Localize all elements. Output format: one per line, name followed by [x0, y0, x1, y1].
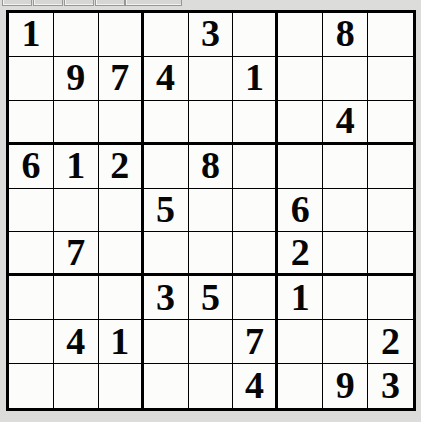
cell-r2c2[interactable]: 9 [54, 57, 99, 101]
cell-r9c9[interactable]: 3 [368, 364, 413, 408]
cell-r8c6[interactable]: 7 [233, 320, 278, 364]
given-digit: 4 [245, 366, 264, 404]
cell-r7c7[interactable]: 1 [278, 276, 323, 320]
given-digit: 4 [336, 101, 355, 139]
given-digit: 9 [336, 366, 355, 404]
cell-r7c8[interactable] [323, 276, 368, 320]
cell-r1c7[interactable] [278, 13, 323, 57]
cell-r4c7[interactable] [278, 145, 323, 189]
cell-r1c6[interactable] [233, 13, 278, 57]
given-digit: 1 [21, 14, 40, 52]
cell-r3c1[interactable] [9, 101, 54, 145]
cell-r8c8[interactable] [323, 320, 368, 364]
cell-r7c3[interactable] [99, 276, 144, 320]
cell-r3c8[interactable]: 4 [323, 101, 368, 145]
cell-r9c1[interactable] [9, 364, 54, 408]
cell-r7c1[interactable] [9, 276, 54, 320]
cell-r4c4[interactable] [144, 145, 189, 189]
cell-r6c3[interactable] [99, 232, 144, 276]
toolbar-button-3[interactable] [64, 0, 94, 6]
cell-r6c4[interactable] [144, 232, 189, 276]
cell-r8c1[interactable] [9, 320, 54, 364]
cell-r6c1[interactable] [9, 232, 54, 276]
cell-r6c5[interactable] [189, 232, 234, 276]
cell-r8c4[interactable] [144, 320, 189, 364]
toolbar-button-4[interactable] [95, 0, 125, 6]
cell-r7c6[interactable] [233, 276, 278, 320]
cell-r2c8[interactable] [323, 57, 368, 101]
cell-r9c7[interactable] [278, 364, 323, 408]
cell-r5c8[interactable] [323, 189, 368, 233]
given-digit: 7 [110, 58, 129, 96]
cell-r9c8[interactable]: 9 [323, 364, 368, 408]
cell-r5c1[interactable] [9, 189, 54, 233]
given-digit: 4 [66, 322, 85, 360]
given-digit: 2 [291, 233, 310, 271]
cell-r7c2[interactable] [54, 276, 99, 320]
cell-r3c4[interactable] [144, 101, 189, 145]
given-digit: 3 [381, 366, 400, 404]
cell-r8c3[interactable]: 1 [99, 320, 144, 364]
cell-r4c5[interactable]: 8 [189, 145, 234, 189]
given-digit: 1 [245, 58, 264, 96]
cell-r5c2[interactable] [54, 189, 99, 233]
given-digit: 1 [110, 322, 129, 360]
cell-r9c5[interactable] [189, 364, 234, 408]
given-digit: 9 [66, 58, 85, 96]
given-digit: 8 [201, 146, 220, 184]
cell-r7c9[interactable] [368, 276, 413, 320]
cell-r3c2[interactable] [54, 101, 99, 145]
cell-r9c2[interactable] [54, 364, 99, 408]
cell-r6c8[interactable] [323, 232, 368, 276]
given-digit: 3 [201, 14, 220, 52]
cell-r2c9[interactable] [368, 57, 413, 101]
given-digit: 3 [156, 278, 175, 316]
cell-r2c5[interactable] [189, 57, 234, 101]
cell-r4c6[interactable] [233, 145, 278, 189]
cell-r4c2[interactable]: 1 [54, 145, 99, 189]
given-digit: 6 [21, 146, 40, 184]
cell-r6c6[interactable] [233, 232, 278, 276]
cell-r2c7[interactable] [278, 57, 323, 101]
cell-r6c2[interactable]: 7 [54, 232, 99, 276]
sudoku-app-window: 13897414612856723514172493 [0, 0, 421, 422]
given-digit: 5 [201, 278, 220, 316]
cell-r3c7[interactable] [278, 101, 323, 145]
toolbar [0, 0, 421, 6]
cell-r8c5[interactable] [189, 320, 234, 364]
cell-r1c2[interactable] [54, 13, 99, 57]
toolbar-button-5[interactable] [125, 0, 182, 6]
cell-r9c4[interactable] [144, 364, 189, 408]
given-digit: 6 [291, 190, 310, 228]
cell-r5c9[interactable] [368, 189, 413, 233]
cell-r2c4[interactable]: 4 [144, 57, 189, 101]
cell-r4c3[interactable]: 2 [99, 145, 144, 189]
given-digit: 1 [66, 146, 85, 184]
given-digit: 7 [66, 233, 85, 271]
given-digit: 4 [156, 58, 175, 96]
cell-r1c5[interactable]: 3 [189, 13, 234, 57]
cell-r3c6[interactable] [233, 101, 278, 145]
cell-r2c6[interactable]: 1 [233, 57, 278, 101]
given-digit: 5 [156, 190, 175, 228]
cell-r3c9[interactable] [368, 101, 413, 145]
cell-r1c4[interactable] [144, 13, 189, 57]
cell-r4c9[interactable] [368, 145, 413, 189]
cell-r5c5[interactable] [189, 189, 234, 233]
toolbar-button-1[interactable] [2, 0, 32, 6]
cell-r5c6[interactable] [233, 189, 278, 233]
cell-r5c3[interactable] [99, 189, 144, 233]
given-digit: 8 [336, 14, 355, 52]
cell-r5c7[interactable]: 6 [278, 189, 323, 233]
cell-r1c8[interactable]: 8 [323, 13, 368, 57]
cell-r6c7[interactable]: 2 [278, 232, 323, 276]
given-digit: 1 [291, 278, 310, 316]
cell-r6c9[interactable] [368, 232, 413, 276]
cell-r1c9[interactable] [368, 13, 413, 57]
cell-r3c3[interactable] [99, 101, 144, 145]
cell-r2c1[interactable] [9, 57, 54, 101]
cell-r8c2[interactable]: 4 [54, 320, 99, 364]
given-digit: 7 [245, 322, 264, 360]
cell-r1c1[interactable]: 1 [9, 13, 54, 57]
given-digit: 2 [381, 322, 400, 360]
toolbar-button-2[interactable] [33, 0, 63, 6]
cell-r2c3[interactable]: 7 [99, 57, 144, 101]
cell-r8c7[interactable] [278, 320, 323, 364]
cell-r3c5[interactable] [189, 101, 234, 145]
cell-r4c8[interactable] [323, 145, 368, 189]
cell-r8c9[interactable]: 2 [368, 320, 413, 364]
cell-r9c3[interactable] [99, 364, 144, 408]
sudoku-board: 13897414612856723514172493 [6, 10, 416, 411]
cell-r4c1[interactable]: 6 [9, 145, 54, 189]
cell-r1c3[interactable] [99, 13, 144, 57]
cell-r5c4[interactable]: 5 [144, 189, 189, 233]
cell-r7c4[interactable]: 3 [144, 276, 189, 320]
given-digit: 2 [110, 146, 129, 184]
cell-r7c5[interactable]: 5 [189, 276, 234, 320]
cell-r9c6[interactable]: 4 [233, 364, 278, 408]
